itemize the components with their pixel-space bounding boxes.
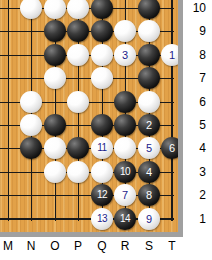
stone-O8 xyxy=(44,44,66,66)
stone-T4: 6 xyxy=(161,137,178,159)
move-number-13: 13 xyxy=(91,208,113,230)
stone-O4 xyxy=(44,137,66,159)
stone-S7 xyxy=(138,67,160,89)
col-label-M: M xyxy=(0,239,19,254)
move-number-1: 1 xyxy=(161,44,178,66)
row-label-9: 9 xyxy=(184,23,206,39)
stone-Q9 xyxy=(91,20,113,42)
move-number-2: 2 xyxy=(138,114,160,136)
stone-S3: 4 xyxy=(138,161,160,183)
move-number-4: 4 xyxy=(138,161,160,183)
stone-P8 xyxy=(67,44,89,66)
row-label-8: 8 xyxy=(184,47,206,63)
stone-P6 xyxy=(67,91,89,113)
move-number-5: 5 xyxy=(138,137,160,159)
stone-R2: 7 xyxy=(114,184,136,206)
row-label-10: 10 xyxy=(184,0,206,16)
stone-T8: 1 xyxy=(161,44,178,66)
stone-R1: 14 xyxy=(114,208,136,230)
move-number-7: 7 xyxy=(114,184,136,206)
stone-R5 xyxy=(114,114,136,136)
grid-line-col-T xyxy=(171,0,173,221)
go-diagram: 3121156104127813149 10987654321MNOPQRST xyxy=(0,0,212,260)
row-label-5: 5 xyxy=(184,117,206,133)
stone-R8: 3 xyxy=(114,44,136,66)
row-label-1: 1 xyxy=(184,211,206,227)
stone-N10 xyxy=(20,0,42,19)
row-label-2: 2 xyxy=(184,187,206,203)
col-label-Q: Q xyxy=(91,239,113,254)
stone-Q10 xyxy=(91,0,113,19)
stone-S8 xyxy=(138,44,160,66)
board-edge-strip-bottom xyxy=(0,232,183,237)
stone-Q2: 12 xyxy=(91,184,113,206)
stone-Q1: 13 xyxy=(91,208,113,230)
grid-line-col-M xyxy=(8,0,9,221)
move-number-8: 8 xyxy=(138,184,160,206)
go-board[interactable]: 3121156104127813149 xyxy=(0,0,178,232)
col-label-R: R xyxy=(114,239,136,254)
stone-S1: 9 xyxy=(138,208,160,230)
row-label-7: 7 xyxy=(184,70,206,86)
stone-N5 xyxy=(20,114,42,136)
stone-P9 xyxy=(67,20,89,42)
col-label-O: O xyxy=(44,239,66,254)
stone-N4 xyxy=(20,137,42,159)
stone-S4: 5 xyxy=(138,137,160,159)
col-label-S: S xyxy=(138,239,160,254)
row-label-6: 6 xyxy=(184,94,206,110)
move-number-14: 14 xyxy=(114,208,136,230)
move-number-9: 9 xyxy=(138,208,160,230)
stone-Q7 xyxy=(91,67,113,89)
move-number-11: 11 xyxy=(91,137,113,159)
stone-P3 xyxy=(67,161,89,183)
stone-N6 xyxy=(20,91,42,113)
stone-P10 xyxy=(67,0,89,19)
stone-S5: 2 xyxy=(138,114,160,136)
col-label-N: N xyxy=(20,239,42,254)
stone-S9 xyxy=(138,20,160,42)
stone-R3: 10 xyxy=(114,161,136,183)
stone-R4 xyxy=(114,137,136,159)
row-label-3: 3 xyxy=(184,164,206,180)
stone-Q4: 11 xyxy=(91,137,113,159)
move-number-3: 3 xyxy=(114,44,136,66)
stone-P4 xyxy=(67,137,89,159)
stone-Q8 xyxy=(91,44,113,66)
col-label-P: P xyxy=(67,239,89,254)
stone-R6 xyxy=(114,91,136,113)
stone-Q3 xyxy=(91,161,113,183)
stone-S10 xyxy=(138,0,160,19)
stone-R9 xyxy=(114,20,136,42)
stone-S6 xyxy=(138,91,160,113)
stone-O3 xyxy=(44,161,66,183)
stone-S2: 8 xyxy=(138,184,160,206)
move-number-6: 6 xyxy=(161,137,178,159)
stone-O7 xyxy=(44,67,66,89)
stone-Q5 xyxy=(91,114,113,136)
move-number-12: 12 xyxy=(91,184,113,206)
row-label-4: 4 xyxy=(184,140,206,156)
stone-O9 xyxy=(44,20,66,42)
stone-O5 xyxy=(44,114,66,136)
stone-O10 xyxy=(44,0,66,19)
col-label-T: T xyxy=(161,239,183,254)
board-edge-strip-right xyxy=(178,0,183,237)
move-number-10: 10 xyxy=(114,161,136,183)
